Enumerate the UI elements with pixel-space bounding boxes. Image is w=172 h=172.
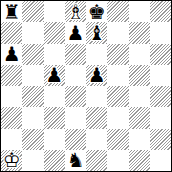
square-h4[interactable] [150, 86, 171, 107]
bb-piece-icon: ♝ [86, 22, 107, 43]
square-c3[interactable] [44, 107, 65, 128]
bp-piece-icon: ♟ [1, 44, 22, 65]
bn-piece-icon: ♞ [65, 150, 86, 171]
square-d8[interactable]: ♝♗ [65, 1, 86, 22]
wB-piece-icon: ♗ [65, 1, 86, 22]
square-b6[interactable] [22, 44, 43, 65]
square-g5[interactable] [129, 65, 150, 86]
bp-piece-icon: ♟ [86, 65, 107, 86]
square-h5[interactable] [150, 65, 171, 86]
square-a7[interactable] [1, 22, 22, 43]
square-d7[interactable]: ♟ [65, 22, 86, 43]
square-e4[interactable] [86, 86, 107, 107]
square-d1[interactable]: ♞ [65, 150, 86, 171]
square-a5[interactable] [1, 65, 22, 86]
square-g6[interactable] [129, 44, 150, 65]
square-f7[interactable] [107, 22, 128, 43]
square-e7[interactable]: ♝ [86, 22, 107, 43]
square-c6[interactable] [44, 44, 65, 65]
square-d5[interactable] [65, 65, 86, 86]
square-b8[interactable] [22, 1, 43, 22]
square-f4[interactable] [107, 86, 128, 107]
square-d3[interactable] [65, 107, 86, 128]
square-c2[interactable] [44, 129, 65, 150]
square-f3[interactable] [107, 107, 128, 128]
bk-piece-icon: ♚ [86, 1, 107, 22]
square-b2[interactable] [22, 129, 43, 150]
square-c7[interactable] [44, 22, 65, 43]
square-h1[interactable] [150, 150, 171, 171]
square-f2[interactable] [107, 129, 128, 150]
bp-piece-icon: ♟ [44, 65, 65, 86]
square-e5[interactable]: ♟ [86, 65, 107, 86]
square-b3[interactable] [22, 107, 43, 128]
square-g7[interactable] [129, 22, 150, 43]
wK-piece-icon: ♔ [1, 150, 22, 171]
square-h3[interactable] [150, 107, 171, 128]
square-h2[interactable] [150, 129, 171, 150]
bp-piece-icon: ♟ [65, 22, 86, 43]
square-g2[interactable] [129, 129, 150, 150]
square-f5[interactable] [107, 65, 128, 86]
square-g1[interactable] [129, 150, 150, 171]
square-e2[interactable] [86, 129, 107, 150]
square-b7[interactable] [22, 22, 43, 43]
square-a8[interactable]: ♜ [1, 1, 22, 22]
square-e3[interactable] [86, 107, 107, 128]
chess-board: ♜♝♗♚♟♝♟♟♟♚♔♞ [0, 0, 172, 172]
square-d4[interactable] [65, 86, 86, 107]
square-a3[interactable] [1, 107, 22, 128]
square-h7[interactable] [150, 22, 171, 43]
square-c5[interactable]: ♟ [44, 65, 65, 86]
square-g4[interactable] [129, 86, 150, 107]
square-e8[interactable]: ♚ [86, 1, 107, 22]
square-f1[interactable] [107, 150, 128, 171]
square-h6[interactable] [150, 44, 171, 65]
square-f8[interactable] [107, 1, 128, 22]
br-piece-icon: ♜ [1, 1, 22, 22]
square-e1[interactable] [86, 150, 107, 171]
square-g3[interactable] [129, 107, 150, 128]
square-a2[interactable] [1, 129, 22, 150]
wB-piece-fill: ♝ [65, 1, 86, 22]
square-c1[interactable] [44, 150, 65, 171]
square-b1[interactable] [22, 150, 43, 171]
square-f6[interactable] [107, 44, 128, 65]
square-a4[interactable] [1, 86, 22, 107]
square-g8[interactable] [129, 1, 150, 22]
square-b4[interactable] [22, 86, 43, 107]
wK-piece-fill: ♚ [1, 150, 22, 171]
square-d2[interactable] [65, 129, 86, 150]
square-c8[interactable] [44, 1, 65, 22]
square-d6[interactable] [65, 44, 86, 65]
square-b5[interactable] [22, 65, 43, 86]
square-h8[interactable] [150, 1, 171, 22]
square-a1[interactable]: ♚♔ [1, 150, 22, 171]
square-c4[interactable] [44, 86, 65, 107]
square-e6[interactable] [86, 44, 107, 65]
square-a6[interactable]: ♟ [1, 44, 22, 65]
